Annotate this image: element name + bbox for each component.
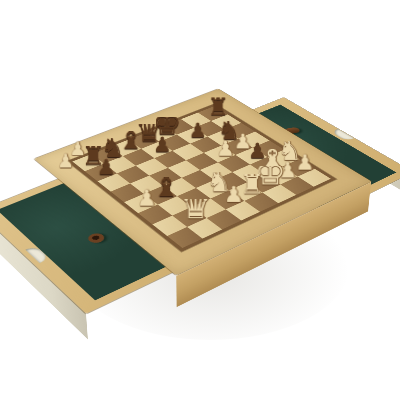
product-photo-scene: ♜♞♝♛♚♜♟♟♟♞♟♟♟♝♟♞♝♞♛♟♜♚♟♟♟♟♟ — [0, 0, 400, 400]
wooden-chess-box: ♜♞♝♛♚♜♟♟♟♞♟♟♟♝♟♞♝♞♛♟♜♚♟♟♟♟♟ — [34, 89, 371, 275]
piece-white-pawn-d2[interactable]: ♟ — [222, 182, 246, 206]
piece-white-pawn-a4[interactable]: ♟ — [135, 186, 159, 210]
square-a1[interactable] — [167, 227, 202, 248]
piece-white-queen-b2[interactable]: ♛ — [183, 199, 208, 224]
square-c1[interactable] — [207, 209, 242, 229]
piece-black-pawn-a7[interactable]: ♟ — [95, 155, 118, 178]
